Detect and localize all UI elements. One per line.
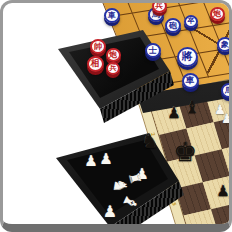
- chess-square: [219, 230, 232, 232]
- chess-piece-white-rook: ♜: [127, 170, 144, 186]
- product-photo-frame: a b c d e f g h 1 2 3 4 5 6 7 8 車馬砲卒象士將車…: [0, 0, 232, 232]
- chess-piece-white-pawn: ♟: [103, 204, 117, 220]
- chess-piece-white-pawn: ♟: [221, 112, 232, 125]
- chess-piece-black-bishop: ♝: [184, 99, 199, 116]
- xiangqi-grid-cell: [194, 0, 227, 2]
- chess-piece-white-pawn: ♟: [99, 152, 112, 167]
- chess-piece-white-bishop: ♝: [119, 191, 141, 212]
- chess-square: [230, 170, 232, 203]
- chess-piece-black-pawn: ♟: [167, 106, 180, 121]
- chess-piece-white-pawn: ♟: [84, 154, 97, 169]
- chess-piece-white-pawn: ♟: [228, 99, 232, 111]
- chess-piece-black-king: ♚: [173, 138, 197, 165]
- chess-pieces-layer: ♟♝♞♚♟♝♟♟♟♟♟♟♟♞♜♝: [3, 3, 229, 224]
- chess-piece-black-bishop: ♝: [227, 196, 232, 212]
- chess-piece-black-knight: ♞: [141, 131, 159, 151]
